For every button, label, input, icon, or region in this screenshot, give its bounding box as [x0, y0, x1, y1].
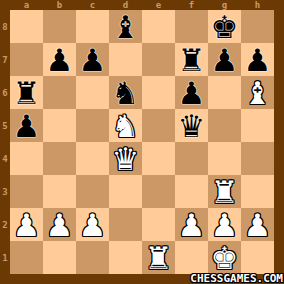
square-a7[interactable] [10, 43, 43, 76]
rank-labels: 87654321 [0, 10, 10, 274]
square-a6[interactable]: ♜ [10, 76, 43, 109]
square-b7[interactable]: ♟ [43, 43, 76, 76]
piece-white-pawn: ♟ [175, 208, 208, 241]
piece-black-pawn: ♟ [76, 43, 109, 76]
square-d6[interactable]: ♞ [109, 76, 142, 109]
piece-black-king: ♚ [208, 10, 241, 43]
piece-white-pawn: ♟ [43, 208, 76, 241]
piece-black-rook: ♜ [10, 76, 43, 109]
square-e4[interactable] [142, 142, 175, 175]
square-g8[interactable]: ♚ [208, 10, 241, 43]
square-c5[interactable] [76, 109, 109, 142]
rank-label-2: 2 [0, 208, 10, 241]
square-g3[interactable]: ♜ [208, 175, 241, 208]
piece-black-rook: ♜ [175, 43, 208, 76]
piece-black-pawn: ♟ [10, 109, 43, 142]
square-e3[interactable] [142, 175, 175, 208]
square-f2[interactable]: ♟ [175, 208, 208, 241]
piece-black-pawn: ♟ [175, 76, 208, 109]
square-c1[interactable] [76, 241, 109, 274]
square-f5[interactable]: ♛ [175, 109, 208, 142]
square-f7[interactable]: ♜ [175, 43, 208, 76]
square-h3[interactable] [241, 175, 274, 208]
piece-white-rook: ♜ [142, 241, 175, 274]
square-d8[interactable]: ♝ [109, 10, 142, 43]
rank-label-7: 7 [0, 43, 10, 76]
square-b3[interactable] [43, 175, 76, 208]
square-a3[interactable] [10, 175, 43, 208]
square-f4[interactable] [175, 142, 208, 175]
square-d5[interactable]: ♞ [109, 109, 142, 142]
square-d1[interactable] [109, 241, 142, 274]
piece-black-bishop: ♝ [109, 10, 142, 43]
square-g5[interactable] [208, 109, 241, 142]
square-g1[interactable]: ♚ [208, 241, 241, 274]
piece-white-knight: ♞ [109, 109, 142, 142]
square-a8[interactable] [10, 10, 43, 43]
rank-label-5: 5 [0, 109, 10, 142]
square-h8[interactable] [241, 10, 274, 43]
square-e5[interactable] [142, 109, 175, 142]
watermark-text: CHESSGAMES.COM [190, 273, 283, 284]
square-h1[interactable] [241, 241, 274, 274]
piece-black-pawn: ♟ [208, 43, 241, 76]
square-e1[interactable]: ♜ [142, 241, 175, 274]
square-b4[interactable] [43, 142, 76, 175]
square-c3[interactable] [76, 175, 109, 208]
piece-white-rook: ♜ [208, 175, 241, 208]
square-f1[interactable] [175, 241, 208, 274]
square-b1[interactable] [43, 241, 76, 274]
square-h2[interactable]: ♟ [241, 208, 274, 241]
square-b6[interactable] [43, 76, 76, 109]
square-d3[interactable] [109, 175, 142, 208]
rank-label-3: 3 [0, 175, 10, 208]
square-c7[interactable]: ♟ [76, 43, 109, 76]
square-h4[interactable] [241, 142, 274, 175]
square-e8[interactable] [142, 10, 175, 43]
square-d4[interactable]: ♛ [109, 142, 142, 175]
square-a5[interactable]: ♟ [10, 109, 43, 142]
board: ♝♚♟♟♜♟♟♜♞♟♝♟♞♛♛♜♟♟♟♟♟♟♜♚ [10, 10, 274, 274]
square-a2[interactable]: ♟ [10, 208, 43, 241]
piece-white-bishop: ♝ [241, 76, 274, 109]
square-a1[interactable] [10, 241, 43, 274]
rank-label-8: 8 [0, 10, 10, 43]
piece-black-queen: ♛ [175, 109, 208, 142]
square-b8[interactable] [43, 10, 76, 43]
square-g7[interactable]: ♟ [208, 43, 241, 76]
square-e7[interactable] [142, 43, 175, 76]
piece-black-pawn: ♟ [241, 43, 274, 76]
square-e2[interactable] [142, 208, 175, 241]
square-h7[interactable]: ♟ [241, 43, 274, 76]
square-c8[interactable] [76, 10, 109, 43]
chess-board-diagram: abcdefgh 87654321 ♝♚♟♟♜♟♟♜♞♟♝♟♞♛♛♜♟♟♟♟♟♟… [0, 0, 284, 284]
square-h5[interactable] [241, 109, 274, 142]
square-g2[interactable]: ♟ [208, 208, 241, 241]
piece-white-queen: ♛ [109, 142, 142, 175]
square-f6[interactable]: ♟ [175, 76, 208, 109]
piece-white-pawn: ♟ [10, 208, 43, 241]
square-d7[interactable] [109, 43, 142, 76]
square-c2[interactable]: ♟ [76, 208, 109, 241]
square-f3[interactable] [175, 175, 208, 208]
square-b5[interactable] [43, 109, 76, 142]
square-c4[interactable] [76, 142, 109, 175]
piece-black-knight: ♞ [109, 76, 142, 109]
rank-label-6: 6 [0, 76, 10, 109]
square-d2[interactable] [109, 208, 142, 241]
square-g6[interactable] [208, 76, 241, 109]
square-c6[interactable] [76, 76, 109, 109]
rank-label-4: 4 [0, 142, 10, 175]
piece-white-pawn: ♟ [208, 208, 241, 241]
square-b2[interactable]: ♟ [43, 208, 76, 241]
square-g4[interactable] [208, 142, 241, 175]
square-f8[interactable] [175, 10, 208, 43]
piece-white-pawn: ♟ [241, 208, 274, 241]
square-a4[interactable] [10, 142, 43, 175]
rank-label-1: 1 [0, 241, 10, 274]
square-e6[interactable] [142, 76, 175, 109]
piece-black-pawn: ♟ [43, 43, 76, 76]
piece-white-king: ♚ [208, 241, 241, 274]
piece-white-pawn: ♟ [76, 208, 109, 241]
square-h6[interactable]: ♝ [241, 76, 274, 109]
